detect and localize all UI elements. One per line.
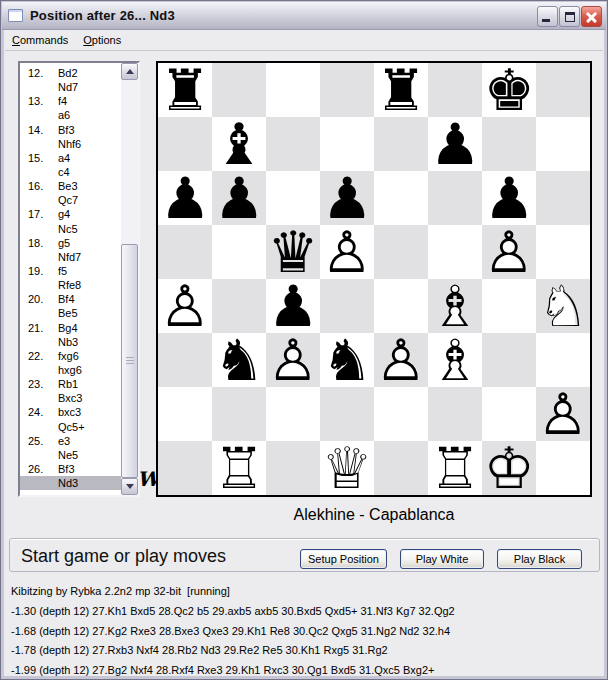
move-number xyxy=(28,420,54,434)
move-row[interactable]: Nd3 xyxy=(20,476,121,490)
move-number xyxy=(28,363,54,377)
move-san: Nd3 xyxy=(58,476,78,490)
black-king-piece: ♚ xyxy=(483,63,534,117)
square-f1[interactable]: ♜♖ xyxy=(428,441,482,495)
move-row[interactable]: 25.e3 xyxy=(20,434,121,448)
app-icon xyxy=(8,9,23,22)
square-d6[interactable]: ♟ xyxy=(320,171,374,225)
square-h3[interactable] xyxy=(536,333,590,387)
move-row[interactable]: Nfd7 xyxy=(20,250,121,264)
kibitz-output: Kibitzing by Rybka 2.2n2 mp 32-bit [runn… xyxy=(11,582,599,680)
move-number xyxy=(28,476,54,490)
white-pawn-piece: ♙ xyxy=(375,333,426,387)
black-rook-piece: ♜ xyxy=(375,63,426,117)
square-a5[interactable] xyxy=(158,225,212,279)
application-window: Position after 26... Nd3 CommandsOptions… xyxy=(0,0,608,680)
menu-bar: CommandsOptions xyxy=(5,30,603,51)
square-f3[interactable]: ♝♗ xyxy=(428,333,482,387)
close-button[interactable] xyxy=(581,6,602,27)
move-row[interactable]: 14.Bf3 xyxy=(20,123,121,137)
move-row[interactable]: 23.Rb1 xyxy=(20,377,121,391)
square-a4[interactable]: ♟♙ xyxy=(158,279,212,333)
square-c3[interactable]: ♟♙ xyxy=(266,333,320,387)
square-c1[interactable] xyxy=(266,441,320,495)
move-row[interactable]: Nhf6 xyxy=(20,137,121,151)
black-pawn-piece: ♟ xyxy=(159,171,210,225)
white-king-piece: ♔ xyxy=(483,441,534,495)
move-row[interactable]: 24.bxc3 xyxy=(20,405,121,419)
square-g2[interactable] xyxy=(482,387,536,441)
square-c2[interactable] xyxy=(266,387,320,441)
square-d8[interactable] xyxy=(320,63,374,117)
move-number xyxy=(28,335,54,349)
move-san: f5 xyxy=(58,264,67,278)
move-san: c4 xyxy=(58,165,70,179)
square-d3[interactable]: ♞ xyxy=(320,333,374,387)
square-e2[interactable] xyxy=(374,387,428,441)
move-san: Bd2 xyxy=(58,66,78,80)
white-rook-piece: ♖ xyxy=(213,441,264,495)
square-e5[interactable] xyxy=(374,225,428,279)
kibitz-line: -1.68 (depth 12) 27.Kg2 Rxe3 28.Bxe3 Qxe… xyxy=(11,622,599,642)
move-san: Be5 xyxy=(58,306,78,320)
square-h4[interactable]: ♞♘ xyxy=(536,279,590,333)
move-row[interactable]: 26.Bf3 xyxy=(20,462,121,476)
black-knight-piece: ♞ xyxy=(321,333,372,387)
move-number xyxy=(28,250,54,264)
square-g8[interactable]: ♚ xyxy=(482,63,536,117)
move-san: Nfd7 xyxy=(58,250,81,264)
play-white-button[interactable]: Play White xyxy=(400,549,484,569)
move-row[interactable]: hxg6 xyxy=(20,363,121,377)
black-pawn-piece: ♟ xyxy=(429,117,480,171)
move-list[interactable]: 12.Bd2Nd713.f4a614.Bf3Nhf615.a4c416.Be3Q… xyxy=(18,61,140,497)
scroll-up-icon xyxy=(126,69,134,74)
black-pawn-piece: ♟ xyxy=(483,171,534,225)
black-queen-piece: ♛ xyxy=(267,225,318,279)
square-a1[interactable] xyxy=(158,441,212,495)
square-e7[interactable] xyxy=(374,117,428,171)
move-san: Bg4 xyxy=(58,321,78,335)
square-d2[interactable] xyxy=(320,387,374,441)
square-d4[interactable] xyxy=(320,279,374,333)
square-a2[interactable] xyxy=(158,387,212,441)
square-g3[interactable] xyxy=(482,333,536,387)
move-row[interactable]: Nb3 xyxy=(20,335,121,349)
white-rook-piece: ♖ xyxy=(429,441,480,495)
move-san: a4 xyxy=(58,151,70,165)
move-number: 24. xyxy=(28,405,54,419)
square-f4[interactable]: ♝♗ xyxy=(428,279,482,333)
square-e6[interactable] xyxy=(374,171,428,225)
scroll-up-button[interactable] xyxy=(121,63,138,80)
move-number: 22. xyxy=(28,349,54,363)
move-san: Bf4 xyxy=(58,292,75,306)
move-row[interactable]: a6 xyxy=(20,108,121,122)
menu-item-commands[interactable]: Commands xyxy=(5,31,76,49)
play-black-button[interactable]: Play Black xyxy=(497,549,582,569)
move-san: Bf3 xyxy=(58,123,75,137)
maximize-button[interactable] xyxy=(559,6,580,27)
move-row[interactable]: 21.Bg4 xyxy=(20,321,121,335)
square-f8[interactable] xyxy=(428,63,482,117)
move-san: a6 xyxy=(58,108,70,122)
square-e3[interactable]: ♟♙ xyxy=(374,333,428,387)
square-a7[interactable] xyxy=(158,117,212,171)
move-row[interactable]: 19.f5 xyxy=(20,264,121,278)
square-f5[interactable] xyxy=(428,225,482,279)
move-san: Be3 xyxy=(58,179,78,193)
scroll-thumb[interactable] xyxy=(121,244,138,478)
square-f7[interactable]: ♟ xyxy=(428,117,482,171)
minimize-button[interactable] xyxy=(537,6,558,27)
move-list-rows: 12.Bd2Nd713.f4a614.Bf3Nhf615.a4c416.Be3Q… xyxy=(20,63,121,495)
square-g5[interactable]: ♟♙ xyxy=(482,225,536,279)
square-d5[interactable]: ♟♙ xyxy=(320,225,374,279)
start-label: Start game or play moves xyxy=(21,546,226,567)
move-number xyxy=(28,278,54,292)
move-row[interactable]: Nd7 xyxy=(20,80,121,94)
white-bishop-piece: ♗ xyxy=(429,333,480,387)
move-number xyxy=(28,108,54,122)
move-san: Nb3 xyxy=(58,335,78,349)
white-bishop-piece: ♗ xyxy=(429,279,480,333)
title-bar[interactable]: Position after 26... Nd3 xyxy=(2,2,606,30)
move-number: 25. xyxy=(28,434,54,448)
move-san: Rfe8 xyxy=(58,278,81,292)
move-san: Bf3 xyxy=(58,462,75,476)
square-h5[interactable] xyxy=(536,225,590,279)
square-b4[interactable] xyxy=(212,279,266,333)
kibitz-line: -1.99 (depth 12) 27.Bg2 Nxf4 28.Rxf4 Rxe… xyxy=(11,661,599,680)
move-san: Bxc3 xyxy=(58,391,82,405)
move-san: g5 xyxy=(58,236,70,250)
square-h6[interactable] xyxy=(536,171,590,225)
move-san: Ne5 xyxy=(58,448,78,462)
move-number: 17. xyxy=(28,207,54,221)
square-e4[interactable] xyxy=(374,279,428,333)
square-c7[interactable] xyxy=(266,117,320,171)
move-san: f4 xyxy=(58,94,67,108)
scroll-down-button[interactable] xyxy=(121,478,138,495)
setup-position-button[interactable]: Setup Position xyxy=(300,549,387,569)
move-row[interactable]: 22.fxg6 xyxy=(20,349,121,363)
minimize-icon xyxy=(542,19,550,22)
square-e1[interactable] xyxy=(374,441,428,495)
square-f2[interactable] xyxy=(428,387,482,441)
move-san: Nd7 xyxy=(58,80,78,94)
square-c6[interactable] xyxy=(266,171,320,225)
move-row[interactable]: Bxc3 xyxy=(20,391,121,405)
square-c5[interactable]: ♛ xyxy=(266,225,320,279)
move-row[interactable]: Ne5 xyxy=(20,448,121,462)
square-a3[interactable] xyxy=(158,333,212,387)
move-number xyxy=(28,165,54,179)
square-g1[interactable]: ♚♔ xyxy=(482,441,536,495)
kibitz-line: Kibitzing by Rybka 2.2n2 mp 32-bit [runn… xyxy=(11,582,599,602)
square-g6[interactable]: ♟ xyxy=(482,171,536,225)
players-caption: Alekhine - Capablanca xyxy=(156,506,592,524)
white-queen-piece: ♕ xyxy=(321,441,372,495)
move-san: Rb1 xyxy=(58,377,78,391)
kibitz-line: -1.78 (depth 12) 27.Rxb3 Nxf4 28.Rb2 Nd3… xyxy=(11,641,599,661)
move-row[interactable]: Be5 xyxy=(20,306,121,320)
white-knight-piece: ♘ xyxy=(537,279,588,333)
square-c4[interactable]: ♟ xyxy=(266,279,320,333)
square-d7[interactable] xyxy=(320,117,374,171)
move-row[interactable]: 12.Bd2 xyxy=(20,66,121,80)
move-row[interactable]: Rfe8 xyxy=(20,278,121,292)
move-number: 15. xyxy=(28,151,54,165)
black-knight-piece: ♞ xyxy=(213,333,264,387)
move-number xyxy=(28,80,54,94)
white-pawn-piece: ♙ xyxy=(483,225,534,279)
move-san: fxg6 xyxy=(58,349,79,363)
black-rook-piece: ♜ xyxy=(159,63,210,117)
move-number: 23. xyxy=(28,377,54,391)
scroll-thumb-grip xyxy=(126,357,134,366)
square-d1[interactable]: ♛♕ xyxy=(320,441,374,495)
move-san: Qc5+ xyxy=(58,420,85,434)
square-b2[interactable] xyxy=(212,387,266,441)
square-b5[interactable] xyxy=(212,225,266,279)
square-b3[interactable]: ♞ xyxy=(212,333,266,387)
move-number xyxy=(28,448,54,462)
square-b8[interactable] xyxy=(212,63,266,117)
move-number: 21. xyxy=(28,321,54,335)
square-a8[interactable]: ♜ xyxy=(158,63,212,117)
square-b1[interactable]: ♜♖ xyxy=(212,441,266,495)
white-pawn-piece: ♙ xyxy=(537,387,588,441)
move-row[interactable]: 20.Bf4 xyxy=(20,292,121,306)
window-controls xyxy=(537,6,602,27)
square-e8[interactable]: ♜ xyxy=(374,63,428,117)
white-pawn-piece: ♙ xyxy=(267,333,318,387)
black-pawn-piece: ♟ xyxy=(267,279,318,333)
move-row[interactable]: Nc5 xyxy=(20,222,121,236)
white-pawn-piece: ♙ xyxy=(321,225,372,279)
black-bishop-piece: ♝ xyxy=(213,117,264,171)
start-panel: Start game or play moves Setup Position … xyxy=(9,538,600,572)
close-icon xyxy=(582,7,601,26)
square-b6[interactable]: ♟ xyxy=(212,171,266,225)
chess-board: ♜♜♚♝♟♟♟♟♟♛♟♙♟♙♟♙♟♝♗♞♘♞♟♙♞♟♙♝♗♟♙♜♖♛♕♜♖♚♔ xyxy=(156,61,592,497)
move-san: bxc3 xyxy=(58,405,81,419)
maximize-icon xyxy=(565,12,575,22)
move-number: 19. xyxy=(28,264,54,278)
square-a6[interactable]: ♟ xyxy=(158,171,212,225)
white-pawn-piece: ♙ xyxy=(159,279,210,333)
square-g7[interactable] xyxy=(482,117,536,171)
square-f6[interactable] xyxy=(428,171,482,225)
move-row[interactable]: 13.f4 xyxy=(20,94,121,108)
square-h2[interactable]: ♟♙ xyxy=(536,387,590,441)
move-number: 14. xyxy=(28,123,54,137)
square-h8[interactable] xyxy=(536,63,590,117)
window-title: Position after 26... Nd3 xyxy=(30,8,175,23)
move-number xyxy=(28,222,54,236)
black-pawn-piece: ♟ xyxy=(321,171,372,225)
square-g4[interactable] xyxy=(482,279,536,333)
move-row[interactable]: Qc7 xyxy=(20,193,121,207)
square-c8[interactable] xyxy=(266,63,320,117)
move-san: hxg6 xyxy=(58,363,82,377)
move-number: 18. xyxy=(28,236,54,250)
move-number xyxy=(28,137,54,151)
black-pawn-piece: ♟ xyxy=(213,171,264,225)
move-row[interactable]: c4 xyxy=(20,165,121,179)
menu-item-options[interactable]: Options xyxy=(76,31,129,49)
move-row[interactable]: 15.a4 xyxy=(20,151,121,165)
move-number: 20. xyxy=(28,292,54,306)
move-row[interactable]: 18.g5 xyxy=(20,236,121,250)
move-number xyxy=(28,193,54,207)
move-number xyxy=(28,391,54,405)
scroll-down-icon xyxy=(126,484,134,489)
kibitz-line: -1.30 (depth 12) 27.Kh1 Bxd5 28.Qc2 b5 2… xyxy=(11,602,599,622)
move-san: g4 xyxy=(58,207,70,221)
move-san: Nhf6 xyxy=(58,137,81,151)
move-number: 13. xyxy=(28,94,54,108)
move-san: e3 xyxy=(58,434,70,448)
square-h7[interactable] xyxy=(536,117,590,171)
move-row[interactable]: 16.Be3 xyxy=(20,179,121,193)
move-number: 12. xyxy=(28,66,54,80)
move-san: Nc5 xyxy=(58,222,78,236)
move-number: 26. xyxy=(28,462,54,476)
square-h1[interactable] xyxy=(536,441,590,495)
move-list-scrollbar[interactable] xyxy=(121,63,138,495)
square-b7[interactable]: ♝ xyxy=(212,117,266,171)
move-number: 16. xyxy=(28,179,54,193)
move-row[interactable]: 17.g4 xyxy=(20,207,121,221)
move-row[interactable]: Qc5+ xyxy=(20,420,121,434)
move-number xyxy=(28,306,54,320)
move-san: Qc7 xyxy=(58,193,78,207)
